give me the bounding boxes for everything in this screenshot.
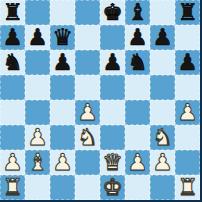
square-h3[interactable] (175, 125, 200, 150)
square-e4[interactable] (100, 100, 125, 125)
square-e8[interactable]: ♚ (100, 0, 125, 25)
black-queen-piece: ♛ (52, 25, 73, 50)
square-a8[interactable]: ♜ (0, 0, 25, 25)
black-pawn-piece: ♟ (2, 25, 23, 50)
square-f5[interactable] (125, 75, 150, 100)
square-h5[interactable] (175, 75, 200, 100)
square-a1[interactable]: ♜ (0, 175, 25, 200)
white-queen-piece: ♛ (102, 150, 123, 175)
white-pawn-piece: ♟ (27, 125, 48, 150)
square-e3[interactable] (100, 125, 125, 150)
square-c5[interactable] (50, 75, 75, 100)
black-rook-piece: ♜ (2, 0, 23, 25)
square-b7[interactable]: ♟ (25, 25, 50, 50)
square-h4[interactable]: ♟ (175, 100, 200, 125)
white-bishop-piece: ♝ (27, 150, 48, 175)
square-b5[interactable] (25, 75, 50, 100)
square-c6[interactable]: ♟ (50, 50, 75, 75)
white-rook-piece: ♜ (2, 175, 23, 200)
square-b3[interactable]: ♟ (25, 125, 50, 150)
square-g2[interactable]: ♟ (150, 150, 175, 175)
white-pawn-piece: ♟ (52, 150, 73, 175)
white-rook-piece: ♜ (177, 175, 198, 200)
square-f8[interactable]: ♝ (125, 0, 150, 25)
square-d3[interactable]: ♞ (75, 125, 100, 150)
square-d8[interactable] (75, 0, 100, 25)
white-pawn-piece: ♟ (77, 100, 98, 125)
square-d6[interactable] (75, 50, 100, 75)
square-c2[interactable]: ♟ (50, 150, 75, 175)
black-pawn-piece: ♟ (102, 50, 123, 75)
white-pawn-piece: ♟ (152, 150, 173, 175)
square-g6[interactable] (150, 50, 175, 75)
white-knight-piece: ♞ (152, 125, 173, 150)
square-g3[interactable]: ♞ (150, 125, 175, 150)
square-b4[interactable] (25, 100, 50, 125)
black-pawn-piece: ♟ (177, 50, 198, 75)
black-pawn-piece: ♟ (152, 25, 173, 50)
chess-board: ♜♚♝♜♟♟♛♟♟♞♟♟♞♟♟♟♟♞♞♟♝♟♛♟♟♜♚♜ (0, 0, 202, 202)
square-g7[interactable]: ♟ (150, 25, 175, 50)
chess-board-container: ♜♚♝♜♟♟♛♟♟♞♟♟♞♟♟♟♟♞♞♟♝♟♛♟♟♜♚♜ (0, 0, 202, 202)
square-g5[interactable] (150, 75, 175, 100)
square-f4[interactable] (125, 100, 150, 125)
square-d2[interactable] (75, 150, 100, 175)
square-h6[interactable]: ♟ (175, 50, 200, 75)
square-b8[interactable] (25, 0, 50, 25)
square-d1[interactable] (75, 175, 100, 200)
white-knight-piece: ♞ (77, 125, 98, 150)
square-c8[interactable] (50, 0, 75, 25)
square-f6[interactable]: ♞ (125, 50, 150, 75)
square-d5[interactable] (75, 75, 100, 100)
square-a5[interactable] (0, 75, 25, 100)
square-g4[interactable] (150, 100, 175, 125)
square-e5[interactable] (100, 75, 125, 100)
white-king-piece: ♚ (102, 175, 123, 200)
square-c4[interactable] (50, 100, 75, 125)
square-a4[interactable] (0, 100, 25, 125)
square-e1[interactable]: ♚ (100, 175, 125, 200)
square-h1[interactable]: ♜ (175, 175, 200, 200)
square-g1[interactable] (150, 175, 175, 200)
square-b2[interactable]: ♝ (25, 150, 50, 175)
white-pawn-piece: ♟ (177, 100, 198, 125)
square-f7[interactable]: ♟ (125, 25, 150, 50)
black-rook-piece: ♜ (177, 0, 198, 25)
square-h7[interactable] (175, 25, 200, 50)
white-pawn-piece: ♟ (127, 150, 148, 175)
square-d4[interactable]: ♟ (75, 100, 100, 125)
square-a6[interactable]: ♞ (0, 50, 25, 75)
square-b1[interactable] (25, 175, 50, 200)
square-d7[interactable] (75, 25, 100, 50)
square-b6[interactable] (25, 50, 50, 75)
square-f1[interactable] (125, 175, 150, 200)
black-king-piece: ♚ (102, 0, 123, 25)
square-a2[interactable]: ♟ (0, 150, 25, 175)
black-pawn-piece: ♟ (27, 25, 48, 50)
square-a7[interactable]: ♟ (0, 25, 25, 50)
black-pawn-piece: ♟ (52, 50, 73, 75)
square-c1[interactable] (50, 175, 75, 200)
square-f2[interactable]: ♟ (125, 150, 150, 175)
black-bishop-piece: ♝ (127, 0, 148, 25)
square-e7[interactable] (100, 25, 125, 50)
square-e2[interactable]: ♛ (100, 150, 125, 175)
square-a3[interactable] (0, 125, 25, 150)
square-f3[interactable] (125, 125, 150, 150)
square-g8[interactable] (150, 0, 175, 25)
black-knight-piece: ♞ (2, 50, 23, 75)
square-h2[interactable] (175, 150, 200, 175)
white-pawn-piece: ♟ (2, 150, 23, 175)
black-pawn-piece: ♟ (127, 25, 148, 50)
square-e6[interactable]: ♟ (100, 50, 125, 75)
square-c7[interactable]: ♛ (50, 25, 75, 50)
square-c3[interactable] (50, 125, 75, 150)
square-h8[interactable]: ♜ (175, 0, 200, 25)
black-knight-piece: ♞ (127, 50, 148, 75)
